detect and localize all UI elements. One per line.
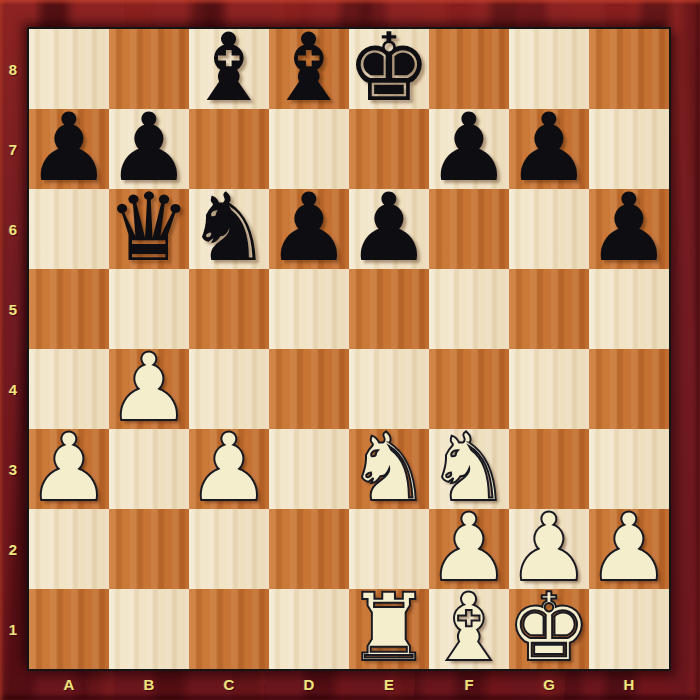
square-a6[interactable] — [29, 189, 109, 269]
piece-white-king[interactable]: ♚ — [507, 581, 591, 675]
rank-label-1: 1 — [0, 589, 26, 669]
square-b6[interactable]: ♛ — [109, 189, 189, 269]
file-label-f: F — [429, 669, 509, 699]
piece-white-pawn[interactable]: ♟ — [107, 341, 191, 435]
square-f6[interactable] — [429, 189, 509, 269]
square-c1[interactable] — [189, 589, 269, 669]
piece-black-bishop[interactable]: ♝ — [187, 21, 271, 115]
square-e1[interactable]: ♜ — [349, 589, 429, 669]
square-f7[interactable]: ♟ — [429, 109, 509, 189]
square-h4[interactable] — [589, 349, 669, 429]
piece-black-bishop[interactable]: ♝ — [267, 21, 351, 115]
square-a7[interactable]: ♟ — [29, 109, 109, 189]
square-f5[interactable] — [429, 269, 509, 349]
square-h6[interactable]: ♟ — [589, 189, 669, 269]
file-label-b: B — [109, 669, 189, 699]
square-g4[interactable] — [509, 349, 589, 429]
square-b2[interactable] — [109, 509, 189, 589]
square-d4[interactable] — [269, 349, 349, 429]
piece-black-pawn[interactable]: ♟ — [587, 181, 671, 275]
square-g5[interactable] — [509, 269, 589, 349]
piece-white-pawn[interactable]: ♟ — [27, 421, 111, 515]
square-e8[interactable]: ♚ — [349, 29, 429, 109]
piece-white-pawn[interactable]: ♟ — [187, 421, 271, 515]
square-d3[interactable] — [269, 429, 349, 509]
piece-black-pawn[interactable]: ♟ — [427, 101, 511, 195]
square-h2[interactable]: ♟ — [589, 509, 669, 589]
piece-black-queen[interactable]: ♛ — [107, 181, 191, 275]
square-c6[interactable]: ♞ — [189, 189, 269, 269]
square-b3[interactable] — [109, 429, 189, 509]
square-c8[interactable]: ♝ — [189, 29, 269, 109]
file-label-g: G — [509, 669, 589, 699]
piece-black-pawn[interactable]: ♟ — [507, 101, 591, 195]
square-b1[interactable] — [109, 589, 189, 669]
square-h1[interactable] — [589, 589, 669, 669]
file-label-h: H — [589, 669, 669, 699]
square-d5[interactable] — [269, 269, 349, 349]
square-a2[interactable] — [29, 509, 109, 589]
square-d6[interactable]: ♟ — [269, 189, 349, 269]
piece-black-pawn[interactable]: ♟ — [347, 181, 431, 275]
piece-black-king[interactable]: ♚ — [347, 21, 431, 115]
rank-label-4: 4 — [0, 349, 26, 429]
square-e3[interactable]: ♞ — [349, 429, 429, 509]
square-g6[interactable] — [509, 189, 589, 269]
file-label-e: E — [349, 669, 429, 699]
square-e5[interactable] — [349, 269, 429, 349]
square-h8[interactable] — [589, 29, 669, 109]
piece-black-pawn[interactable]: ♟ — [27, 101, 111, 195]
square-a3[interactable]: ♟ — [29, 429, 109, 509]
square-a1[interactable] — [29, 589, 109, 669]
square-b4[interactable]: ♟ — [109, 349, 189, 429]
square-a5[interactable] — [29, 269, 109, 349]
square-d8[interactable]: ♝ — [269, 29, 349, 109]
square-d1[interactable] — [269, 589, 349, 669]
file-label-a: A — [29, 669, 109, 699]
piece-black-knight[interactable]: ♞ — [187, 181, 271, 275]
square-f1[interactable]: ♝ — [429, 589, 509, 669]
piece-white-rook[interactable]: ♜ — [347, 581, 431, 675]
piece-black-pawn[interactable]: ♟ — [267, 181, 351, 275]
square-g1[interactable]: ♚ — [509, 589, 589, 669]
square-g7[interactable]: ♟ — [509, 109, 589, 189]
square-h5[interactable] — [589, 269, 669, 349]
piece-white-pawn[interactable]: ♟ — [587, 501, 671, 595]
board-frame: ♝♝♚♟♟♟♟♛♞♟♟♟♟♟♟♞♞♟♟♟♜♝♚ 87654321 ABCDEFG… — [0, 0, 700, 700]
square-d2[interactable] — [269, 509, 349, 589]
chess-board[interactable]: ♝♝♚♟♟♟♟♛♞♟♟♟♟♟♟♞♞♟♟♟♜♝♚ — [27, 27, 671, 671]
rank-label-2: 2 — [0, 509, 26, 589]
piece-white-bishop[interactable]: ♝ — [427, 581, 511, 675]
square-e6[interactable]: ♟ — [349, 189, 429, 269]
file-label-c: C — [189, 669, 269, 699]
file-label-d: D — [269, 669, 349, 699]
rank-label-3: 3 — [0, 429, 26, 509]
rank-label-8: 8 — [0, 29, 26, 109]
piece-white-knight[interactable]: ♞ — [347, 421, 431, 515]
rank-label-5: 5 — [0, 269, 26, 349]
square-c5[interactable] — [189, 269, 269, 349]
rank-label-6: 6 — [0, 189, 26, 269]
square-c3[interactable]: ♟ — [189, 429, 269, 509]
rank-label-7: 7 — [0, 109, 26, 189]
square-c2[interactable] — [189, 509, 269, 589]
